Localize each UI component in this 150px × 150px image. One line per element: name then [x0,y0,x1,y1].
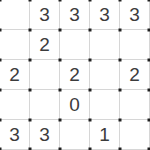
cell-r4c3[interactable]: 0 [60,90,90,120]
cell-r2c4[interactable] [90,30,120,60]
cell-r3c2[interactable] [30,60,60,90]
cell-r4c4[interactable] [90,90,120,120]
slitherlink-board: 333322220331 [0,0,150,150]
cell-r2c3[interactable] [60,30,90,60]
cell-r1c2[interactable]: 3 [30,0,60,30]
cell-r2c2[interactable]: 2 [30,30,60,60]
cell-r1c4[interactable]: 3 [90,0,120,30]
cell-r1c1[interactable] [0,0,30,30]
cell-r3c3[interactable]: 2 [60,60,90,90]
cell-r5c4[interactable]: 1 [90,120,120,150]
cell-r2c5[interactable] [120,30,150,60]
cell-r5c1[interactable]: 3 [0,120,30,150]
cell-r3c1[interactable]: 2 [0,60,30,90]
cell-r3c4[interactable] [90,60,120,90]
cell-r4c1[interactable] [0,90,30,120]
cell-r5c5[interactable] [120,120,150,150]
cell-r1c5[interactable]: 3 [120,0,150,30]
cell-r1c3[interactable]: 3 [60,0,90,30]
cell-r4c5[interactable] [120,90,150,120]
cell-r4c2[interactable] [30,90,60,120]
cell-grid: 333322220331 [0,0,150,150]
cell-r5c2[interactable]: 3 [30,120,60,150]
cell-r2c1[interactable] [0,30,30,60]
cell-r3c5[interactable]: 2 [120,60,150,90]
cell-r5c3[interactable] [60,120,90,150]
